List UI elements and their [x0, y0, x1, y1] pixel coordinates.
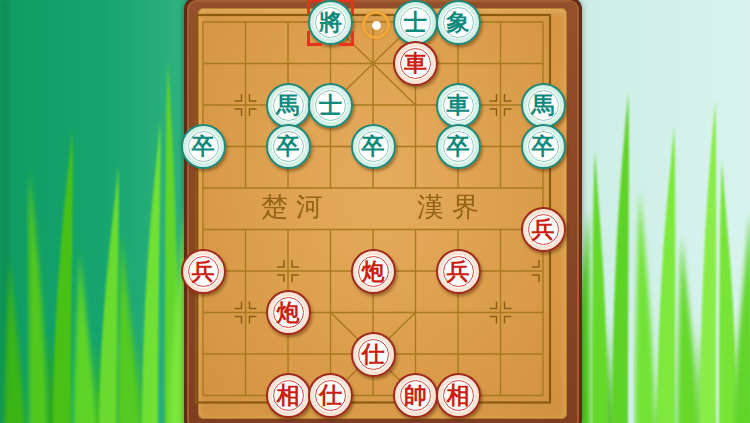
- piece-black-advisor[interactable]: 士: [308, 83, 353, 128]
- piece-black-soldier[interactable]: 卒: [436, 124, 481, 169]
- piece-black-elephant[interactable]: 象: [436, 0, 481, 45]
- piece-black-chariot[interactable]: 車: [436, 83, 481, 128]
- piece-red-advisor[interactable]: 仕: [308, 373, 353, 418]
- piece-black-general[interactable]: 將: [308, 0, 353, 45]
- piece-red-chariot[interactable]: 車: [393, 41, 438, 86]
- piece-red-cannon[interactable]: 炮: [351, 249, 396, 294]
- piece-black-soldier[interactable]: 卒: [351, 124, 396, 169]
- piece-black-soldier[interactable]: 卒: [181, 124, 226, 169]
- piece-red-elephant[interactable]: 相: [266, 373, 311, 418]
- xiangqi-app: 楚河 漢界 將士象車馬士車馬卒卒卒卒卒兵兵炮兵炮仕相仕帥相: [0, 0, 750, 423]
- piece-black-soldier[interactable]: 卒: [266, 124, 311, 169]
- piece-red-cannon[interactable]: 炮: [266, 290, 311, 335]
- piece-red-advisor[interactable]: 仕: [351, 332, 396, 377]
- piece-black-horse[interactable]: 馬: [521, 83, 566, 128]
- pieces-layer: 將士象車馬士車馬卒卒卒卒卒兵兵炮兵炮仕相仕帥相: [0, 0, 750, 423]
- piece-red-soldier[interactable]: 兵: [436, 249, 481, 294]
- piece-black-soldier[interactable]: 卒: [521, 124, 566, 169]
- piece-red-general[interactable]: 帥: [393, 373, 438, 418]
- piece-black-advisor[interactable]: 士: [393, 0, 438, 45]
- piece-red-soldier[interactable]: 兵: [181, 249, 226, 294]
- piece-red-soldier[interactable]: 兵: [521, 207, 566, 252]
- piece-black-horse[interactable]: 馬: [266, 83, 311, 128]
- piece-red-elephant[interactable]: 相: [436, 373, 481, 418]
